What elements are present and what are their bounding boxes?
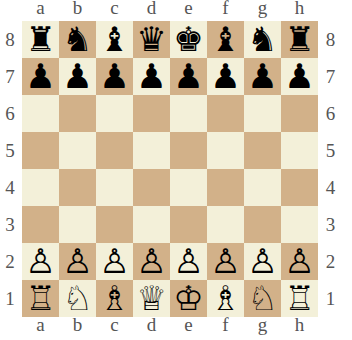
square-b2[interactable]: ♙ [59, 243, 96, 280]
white-queen-d1: ♕ [136, 280, 166, 317]
black-rook-h8: ♜ [284, 21, 314, 58]
square-d4[interactable] [133, 169, 170, 206]
rank-label-7: 7 [319, 58, 342, 95]
square-g3[interactable] [244, 206, 281, 243]
file-label-d: d [133, 318, 170, 332]
file-labels-bottom: abcdefgh [22, 318, 318, 332]
square-c4[interactable] [96, 169, 133, 206]
white-bishop-c1: ♗ [99, 280, 129, 317]
black-knight-g8: ♞ [247, 21, 277, 58]
black-pawn-e7: ♟︎ [173, 58, 203, 95]
square-b3[interactable] [59, 206, 96, 243]
rank-label-5: 5 [319, 132, 342, 169]
square-h2[interactable]: ♙ [281, 243, 318, 280]
rank-label-6: 6 [319, 95, 342, 132]
rank-label-2: 2 [319, 243, 342, 280]
white-knight-b1: ♘ [62, 280, 92, 317]
square-b8[interactable]: ♞ [59, 21, 96, 58]
white-pawn-b2: ♙ [62, 243, 92, 280]
square-f2[interactable]: ♙ [207, 243, 244, 280]
rank-label-6: 6 [0, 95, 20, 132]
black-pawn-f7: ♟︎ [210, 58, 240, 95]
black-pawn-b7: ♟︎ [62, 58, 92, 95]
file-label-g: g [244, 318, 281, 332]
square-c5[interactable] [96, 132, 133, 169]
square-f1[interactable]: ♗ [207, 280, 244, 317]
square-a4[interactable] [22, 169, 59, 206]
black-pawn-d7: ♟︎ [136, 58, 166, 95]
square-a5[interactable] [22, 132, 59, 169]
file-label-d: d [133, 1, 170, 15]
square-e3[interactable] [170, 206, 207, 243]
file-label-e: e [170, 318, 207, 332]
square-e1[interactable]: ♔ [170, 280, 207, 317]
square-e7[interactable]: ♟︎ [170, 58, 207, 95]
black-pawn-h7: ♟︎ [284, 58, 314, 95]
square-a7[interactable]: ♟︎ [22, 58, 59, 95]
file-label-a: a [22, 318, 59, 332]
square-h6[interactable] [281, 95, 318, 132]
square-g6[interactable] [244, 95, 281, 132]
square-h1[interactable]: ♖ [281, 280, 318, 317]
white-pawn-h2: ♙ [284, 243, 314, 280]
rank-label-4: 4 [0, 169, 20, 206]
white-rook-a1: ♖ [25, 280, 55, 317]
square-e4[interactable] [170, 169, 207, 206]
file-label-f: f [207, 318, 244, 332]
square-d6[interactable] [133, 95, 170, 132]
file-label-f: f [207, 1, 244, 15]
black-knight-b8: ♞ [62, 21, 92, 58]
black-queen-d8: ♛ [136, 21, 166, 58]
square-d7[interactable]: ♟︎ [133, 58, 170, 95]
square-d1[interactable]: ♕ [133, 280, 170, 317]
square-g8[interactable]: ♞ [244, 21, 281, 58]
square-d3[interactable] [133, 206, 170, 243]
square-a6[interactable] [22, 95, 59, 132]
white-pawn-c2: ♙ [99, 243, 129, 280]
white-pawn-g2: ♙ [247, 243, 277, 280]
black-pawn-a7: ♟︎ [25, 58, 55, 95]
file-label-c: c [96, 318, 133, 332]
square-f6[interactable] [207, 95, 244, 132]
rank-label-1: 1 [319, 280, 342, 317]
file-label-b: b [59, 1, 96, 15]
black-bishop-f8: ♝ [210, 21, 240, 58]
square-c6[interactable] [96, 95, 133, 132]
square-d8[interactable]: ♛ [133, 21, 170, 58]
square-e6[interactable] [170, 95, 207, 132]
file-label-c: c [96, 1, 133, 15]
square-f4[interactable] [207, 169, 244, 206]
square-e8[interactable]: ♚ [170, 21, 207, 58]
white-pawn-e2: ♙ [173, 243, 203, 280]
white-rook-h1: ♖ [284, 280, 314, 317]
square-f3[interactable] [207, 206, 244, 243]
square-e5[interactable] [170, 132, 207, 169]
rank-label-4: 4 [319, 169, 342, 206]
chess-board: ♜♞♝♛♚♝♞♜♟︎♟︎♟︎♟︎♟︎♟︎♟︎♟︎♙♙♙♙♙♙♙♙♖♘♗♕♔♗♘♖ [22, 21, 318, 317]
square-g1[interactable]: ♘ [244, 280, 281, 317]
chess-board-screenshot: abcdefgh 87654321 ♜♞♝♛♚♝♞♜♟︎♟︎♟︎♟︎♟︎♟︎♟︎… [0, 0, 352, 340]
square-d5[interactable] [133, 132, 170, 169]
file-label-a: a [22, 1, 59, 15]
file-label-h: h [281, 318, 318, 332]
square-c3[interactable] [96, 206, 133, 243]
file-label-e: e [170, 1, 207, 15]
black-rook-a8: ♜ [25, 21, 55, 58]
square-b7[interactable]: ♟︎ [59, 58, 96, 95]
white-pawn-d2: ♙ [136, 243, 166, 280]
square-b1[interactable]: ♘ [59, 280, 96, 317]
white-knight-g1: ♘ [247, 280, 277, 317]
square-f7[interactable]: ♟︎ [207, 58, 244, 95]
rank-labels-right: 87654321 [319, 21, 342, 317]
square-e2[interactable]: ♙ [170, 243, 207, 280]
square-c1[interactable]: ♗ [96, 280, 133, 317]
square-a2[interactable]: ♙ [22, 243, 59, 280]
rank-label-7: 7 [0, 58, 20, 95]
rank-label-2: 2 [0, 243, 20, 280]
square-d2[interactable]: ♙ [133, 243, 170, 280]
black-king-e8: ♚ [173, 21, 203, 58]
rank-label-3: 3 [0, 206, 20, 243]
square-f8[interactable]: ♝ [207, 21, 244, 58]
white-pawn-f2: ♙ [210, 243, 240, 280]
square-c7[interactable]: ♟︎ [96, 58, 133, 95]
file-label-g: g [244, 1, 281, 15]
rank-labels-left: 87654321 [0, 21, 20, 317]
file-label-b: b [59, 318, 96, 332]
square-g5[interactable] [244, 132, 281, 169]
black-bishop-c8: ♝ [99, 21, 129, 58]
black-pawn-c7: ♟︎ [99, 58, 129, 95]
square-g7[interactable]: ♟︎ [244, 58, 281, 95]
square-a1[interactable]: ♖ [22, 280, 59, 317]
file-label-h: h [281, 1, 318, 15]
square-h3[interactable] [281, 206, 318, 243]
rank-label-8: 8 [319, 21, 342, 58]
square-h4[interactable] [281, 169, 318, 206]
square-b6[interactable] [59, 95, 96, 132]
rank-label-5: 5 [0, 132, 20, 169]
white-bishop-f1: ♗ [210, 280, 240, 317]
square-g4[interactable] [244, 169, 281, 206]
square-b5[interactable] [59, 132, 96, 169]
file-labels-top: abcdefgh [22, 1, 318, 15]
square-a8[interactable]: ♜ [22, 21, 59, 58]
square-f5[interactable] [207, 132, 244, 169]
rank-label-1: 1 [0, 280, 20, 317]
square-h7[interactable]: ♟︎ [281, 58, 318, 95]
black-pawn-g7: ♟︎ [247, 58, 277, 95]
rank-label-3: 3 [319, 206, 342, 243]
square-h5[interactable] [281, 132, 318, 169]
square-c8[interactable]: ♝ [96, 21, 133, 58]
square-c2[interactable]: ♙ [96, 243, 133, 280]
square-a3[interactable] [22, 206, 59, 243]
rank-label-8: 8 [0, 21, 20, 58]
square-h8[interactable]: ♜ [281, 21, 318, 58]
square-b4[interactable] [59, 169, 96, 206]
white-pawn-a2: ♙ [25, 243, 55, 280]
white-king-e1: ♔ [173, 280, 203, 317]
square-g2[interactable]: ♙ [244, 243, 281, 280]
